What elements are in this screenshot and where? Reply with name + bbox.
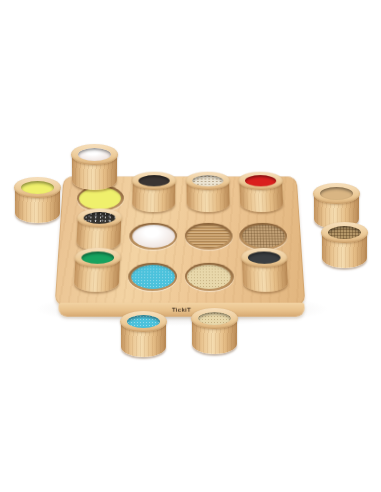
texture-cup-red-felt[interactable] xyxy=(238,172,285,213)
board-cell-r3c1[interactable] xyxy=(67,257,125,298)
cup-texture-fill-white-fleece xyxy=(78,148,111,161)
board-front-edge: TickiT xyxy=(58,303,305,317)
texture-cup-oatmeal-speckle[interactable] xyxy=(185,172,230,213)
cup-texture-fill-black-glitter xyxy=(83,212,115,224)
cup-texture-fill-hessian-dark xyxy=(328,226,361,239)
texture-cup-white-fleece[interactable] xyxy=(71,144,118,191)
board-grid xyxy=(55,176,306,306)
board-cell-r3c4[interactable] xyxy=(237,257,295,298)
board-recess xyxy=(129,223,177,250)
texture-cup-hessian-dark[interactable] xyxy=(321,222,368,269)
texture-disc-white-fleece[interactable] xyxy=(132,225,175,248)
board-cell-r2c3[interactable] xyxy=(181,217,237,256)
cup-rim xyxy=(14,177,61,198)
texture-disc-teal-towel[interactable] xyxy=(131,265,175,289)
brand-logo: TickiT xyxy=(172,307,191,313)
texture-cup-black-glitter[interactable] xyxy=(75,209,123,252)
cup-texture-fill-yellow-smooth xyxy=(21,181,54,194)
cup-rim xyxy=(132,172,177,190)
board-cell-r1c2[interactable] xyxy=(127,179,181,217)
cup-texture-fill-oatmeal-speckle xyxy=(192,175,223,186)
texture-cup-green-smooth[interactable] xyxy=(72,248,121,293)
board-recess xyxy=(185,223,233,250)
texture-disc-hessian[interactable] xyxy=(242,225,286,248)
cup-texture-fill-sand xyxy=(198,312,231,325)
cup-rim xyxy=(238,172,283,190)
texture-cup-teal-towel[interactable] xyxy=(120,311,167,358)
board-cell-r1c3[interactable] xyxy=(181,179,235,217)
touch-match-board: TickiT xyxy=(55,176,306,306)
board-recess xyxy=(128,263,177,291)
texture-cup-black-smooth[interactable] xyxy=(241,248,290,293)
cup-texture-fill-red-felt xyxy=(245,175,277,186)
cup-rim xyxy=(313,183,360,204)
cup-rim xyxy=(321,222,368,243)
board-cell-r2c2[interactable] xyxy=(125,217,181,256)
board-cell-r1c4[interactable] xyxy=(234,179,290,217)
texture-cup-sand[interactable] xyxy=(191,308,238,355)
cup-texture-fill-empty-wood xyxy=(320,187,353,200)
cup-rim xyxy=(71,144,118,165)
texture-cup-black-felt[interactable] xyxy=(131,172,176,213)
cup-rim xyxy=(185,172,230,190)
cup-texture-fill-teal-towel xyxy=(127,315,160,328)
cup-texture-fill-black-smooth xyxy=(248,252,281,264)
board-cell-r3c3[interactable] xyxy=(181,257,238,298)
product-photo-stage: TickiT xyxy=(0,0,381,492)
board-cell-r3c2[interactable] xyxy=(124,257,181,298)
texture-disc-sand[interactable] xyxy=(187,265,231,289)
board-recess xyxy=(239,223,288,250)
cup-texture-fill-green-smooth xyxy=(81,252,114,264)
board-recess xyxy=(185,263,234,291)
cup-rim xyxy=(120,311,167,332)
texture-cup-yellow-smooth[interactable] xyxy=(14,177,61,224)
cup-rim xyxy=(191,308,238,329)
texture-disc-wood-grooved[interactable] xyxy=(187,225,230,248)
cup-texture-fill-black-felt xyxy=(139,175,170,186)
